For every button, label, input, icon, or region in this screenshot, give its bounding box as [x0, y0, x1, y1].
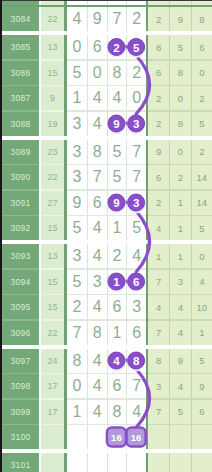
- stat-cell: [191, 453, 212, 472]
- digit-cell: [67, 453, 87, 472]
- sum-value: 15: [41, 270, 64, 294]
- digit-cell: 4: [67, 7, 87, 31]
- stat-cell: 2: [191, 140, 212, 164]
- stat-cell: 1: [191, 321, 212, 345]
- stat-cell: 8: [169, 112, 190, 136]
- table-row: 3099171484756: [2, 400, 212, 424]
- digit-cell: 5: [126, 216, 146, 240]
- table-row: 3088193493285: [2, 112, 212, 136]
- table-row: 3089233857902: [2, 140, 212, 164]
- stat-cell: 14: [191, 165, 212, 189]
- digit-cell: 2: [126, 61, 146, 85]
- stat-cell: [148, 1, 169, 5]
- stat-cell: [191, 425, 212, 449]
- stat-cell: 14: [191, 191, 212, 215]
- digit-cell: 1: [67, 86, 87, 110]
- sum-value: [41, 425, 64, 449]
- draw-id: 3092: [2, 216, 39, 240]
- partial-row: [2, 1, 212, 5]
- digit-cell: 4: [126, 400, 146, 424]
- digit-cell: [67, 425, 87, 449]
- sum-value: [41, 453, 64, 472]
- stat-cell: 9: [169, 7, 190, 31]
- digit-cell: 2: [107, 244, 127, 268]
- digit-cell: 4: [87, 86, 107, 110]
- draw-id: 3098: [2, 374, 39, 398]
- stat-cell: 0: [169, 140, 190, 164]
- digit-cell: 8: [67, 349, 87, 373]
- table-row: 3097248448895: [2, 349, 212, 373]
- digit-cell: 5: [67, 216, 87, 240]
- draw-id: 3100: [2, 425, 39, 449]
- stat-cell: 7: [148, 270, 169, 294]
- stat-cell: [191, 1, 212, 5]
- digit-cell: 9: [107, 191, 127, 215]
- stat-cell: 6: [148, 165, 169, 189]
- stat-cell: [169, 453, 190, 472]
- sum-value: 22: [41, 7, 64, 31]
- digit-cell: 4: [126, 244, 146, 268]
- draw-id: 3089: [2, 140, 39, 164]
- digit-cell: 3: [67, 244, 87, 268]
- stat-cell: 6: [191, 35, 212, 59]
- sum-value: 15: [41, 216, 64, 240]
- digit-cell: 4: [107, 349, 127, 373]
- digit-cell: 8: [107, 61, 127, 85]
- table-row: 3096227816741: [2, 321, 212, 345]
- digit-cell: 2: [107, 35, 127, 59]
- table-row: 3085130625856: [2, 35, 212, 59]
- digit-cell: 9: [107, 112, 127, 136]
- table-row: 30951524634410: [2, 295, 212, 319]
- digit-cell: 5: [107, 140, 127, 164]
- digit-cell: 0: [67, 35, 87, 59]
- digit-cell: 5: [67, 61, 87, 85]
- digit-cell: 1: [107, 216, 127, 240]
- stat-cell: 3: [148, 374, 169, 398]
- draw-id: 3091: [2, 191, 39, 215]
- table-row: 3100: [2, 425, 212, 449]
- digit-cell: 7: [126, 374, 146, 398]
- draw-id: 3093: [2, 244, 39, 268]
- digit-cell: [87, 425, 107, 449]
- digit-cell: 4: [87, 244, 107, 268]
- stat-cell: 4: [148, 295, 169, 319]
- digit-cell: 8: [126, 349, 146, 373]
- digit-cell: [67, 1, 87, 5]
- stat-cell: 8: [169, 61, 190, 85]
- table-row: 308791440202: [2, 86, 212, 110]
- digit-cell: 6: [107, 295, 127, 319]
- stat-cell: 4: [169, 374, 190, 398]
- digit-cell: 4: [87, 295, 107, 319]
- sum-value: 17: [41, 400, 64, 424]
- draw-id: 3087: [2, 86, 39, 110]
- draw-id: 3090: [2, 165, 39, 189]
- stat-cell: 2: [191, 86, 212, 110]
- stat-cell: 10: [191, 295, 212, 319]
- table-row: 3098170467349: [2, 374, 212, 398]
- digit-cell: 5: [107, 165, 127, 189]
- sum-value: 24: [41, 349, 64, 373]
- sum-value: 27: [41, 191, 64, 215]
- digit-cell: 4: [87, 112, 107, 136]
- digit-cell: 4: [87, 374, 107, 398]
- table-row: 30912796932114: [2, 191, 212, 215]
- digit-cell: 1: [67, 400, 87, 424]
- digit-cell: 7: [87, 165, 107, 189]
- digit-cell: 3: [87, 270, 107, 294]
- digit-cell: 0: [87, 61, 107, 85]
- stat-cell: 9: [148, 140, 169, 164]
- stat-cell: 5: [191, 349, 212, 373]
- stat-cell: 4: [169, 321, 190, 345]
- draw-id: 3088: [2, 112, 39, 136]
- table-row: 3086155082680: [2, 61, 212, 85]
- stat-cell: 1: [169, 244, 190, 268]
- draw-id: [2, 1, 39, 5]
- draw-id: 3084: [2, 7, 39, 31]
- digit-cell: 6: [126, 270, 146, 294]
- draw-id: 3085: [2, 35, 39, 59]
- digit-cell: 7: [126, 165, 146, 189]
- digit-cell: 3: [126, 191, 146, 215]
- digit-cell: 9: [87, 7, 107, 31]
- digit-cell: 8: [87, 140, 107, 164]
- stat-cell: 4: [191, 270, 212, 294]
- sum-value: 9: [41, 86, 64, 110]
- sum-value: 23: [41, 140, 64, 164]
- sum-value: 17: [41, 374, 64, 398]
- digit-cell: 3: [67, 165, 87, 189]
- stat-cell: 0: [191, 244, 212, 268]
- stat-cell: [148, 425, 169, 449]
- digit-cell: 4: [87, 216, 107, 240]
- stat-cell: 2: [148, 86, 169, 110]
- digit-cell: 5: [126, 35, 146, 59]
- stat-cell: 7: [148, 321, 169, 345]
- digit-cell: 3: [126, 295, 146, 319]
- digit-cell: 6: [87, 35, 107, 59]
- stat-cell: 1: [148, 244, 169, 268]
- sum-value: 15: [41, 61, 64, 85]
- sum-value: 13: [41, 244, 64, 268]
- digit-cell: 2: [67, 295, 87, 319]
- table-row: 3084224972298: [2, 7, 212, 31]
- stat-cell: 5: [169, 400, 190, 424]
- digit-cell: 7: [126, 140, 146, 164]
- draw-id: 3094: [2, 270, 39, 294]
- digit-cell: 8: [87, 321, 107, 345]
- draw-id: 3095: [2, 295, 39, 319]
- sum-value: 22: [41, 165, 64, 189]
- digit-cell: 3: [126, 112, 146, 136]
- digit-cell: 2: [126, 7, 146, 31]
- table-row: 30902237576214: [2, 165, 212, 189]
- digit-cell: 7: [67, 321, 87, 345]
- stat-cell: 2: [148, 112, 169, 136]
- stat-cell: 8: [148, 35, 169, 59]
- digit-cell: [126, 425, 146, 449]
- stat-cell: 0: [169, 86, 190, 110]
- lottery-trend-chart-screen: 3084224972298308513062585630861550826803…: [0, 0, 212, 472]
- draw-id: 3099: [2, 400, 39, 424]
- table-row: 3093133424110: [2, 244, 212, 268]
- draw-id: 3097: [2, 349, 39, 373]
- stat-cell: 5: [169, 35, 190, 59]
- digit-cell: 0: [67, 374, 87, 398]
- sum-value: 19: [41, 112, 64, 136]
- stat-cell: [169, 425, 190, 449]
- digit-cell: [107, 453, 127, 472]
- stat-cell: 2: [169, 165, 190, 189]
- table-row: 3092155415415: [2, 216, 212, 240]
- digit-cell: 6: [87, 191, 107, 215]
- digit-cell: 6: [126, 321, 146, 345]
- stat-cell: 6: [148, 61, 169, 85]
- sum-value: 22: [41, 321, 64, 345]
- digit-cell: [107, 1, 127, 5]
- stat-cell: 0: [191, 61, 212, 85]
- digit-cell: 5: [67, 270, 87, 294]
- stat-cell: 3: [169, 270, 190, 294]
- digit-cell: 7: [107, 7, 127, 31]
- digit-cell: 3: [67, 112, 87, 136]
- stat-cell: 5: [191, 216, 212, 240]
- stat-cell: 7: [148, 400, 169, 424]
- left-edge: [0, 0, 2, 472]
- digit-cell: 1: [107, 270, 127, 294]
- stat-cell: 1: [169, 216, 190, 240]
- digit-cell: 3: [67, 140, 87, 164]
- draw-id: 3086: [2, 61, 39, 85]
- digit-cell: [107, 425, 127, 449]
- trend-table: 3084224972298308513062585630861550826803…: [2, 1, 212, 472]
- stat-cell: 1: [169, 191, 190, 215]
- table-row: 3094155316734: [2, 270, 212, 294]
- digit-cell: 1: [107, 321, 127, 345]
- stat-cell: 9: [191, 374, 212, 398]
- digit-cell: 4: [107, 86, 127, 110]
- stat-cell: 4: [169, 295, 190, 319]
- digit-cell: 4: [87, 400, 107, 424]
- stat-cell: 2: [148, 7, 169, 31]
- digit-cell: 8: [107, 400, 127, 424]
- digit-cell: [126, 453, 146, 472]
- digit-cell: [87, 1, 107, 5]
- stat-cell: 2: [148, 191, 169, 215]
- stat-cell: 5: [191, 112, 212, 136]
- top-edge: [0, 0, 212, 1]
- digit-cell: 9: [67, 191, 87, 215]
- stat-cell: [169, 1, 190, 5]
- draw-id: 3096: [2, 321, 39, 345]
- sum-value: 15: [41, 295, 64, 319]
- stat-cell: 6: [191, 400, 212, 424]
- stat-cell: 4: [148, 216, 169, 240]
- sum-value: 13: [41, 35, 64, 59]
- table-row: 3101: [2, 453, 212, 472]
- sum-value: [41, 1, 64, 5]
- stat-cell: [148, 453, 169, 472]
- digit-cell: 0: [126, 86, 146, 110]
- digit-cell: [126, 1, 146, 5]
- stat-cell: 8: [191, 7, 212, 31]
- draw-id: 3101: [2, 453, 39, 472]
- stat-cell: 8: [148, 349, 169, 373]
- digit-cell: 6: [107, 374, 127, 398]
- digit-cell: [87, 453, 107, 472]
- stat-cell: 9: [169, 349, 190, 373]
- digit-cell: 4: [87, 349, 107, 373]
